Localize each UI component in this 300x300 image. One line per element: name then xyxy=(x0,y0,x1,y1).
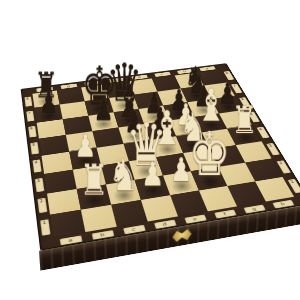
rank-label: 5 xyxy=(30,142,39,154)
rank-label: 3 xyxy=(34,178,43,192)
rank-label: 2 xyxy=(37,197,47,212)
white-rook-b2[interactable]: ♜ xyxy=(66,159,122,201)
rank-label: 4 xyxy=(32,159,41,172)
photo-scene: hgfedcba abcdefgh 87654321 87654321 ♜♟♚♛… xyxy=(0,0,300,300)
rank-label: 6 xyxy=(28,126,36,138)
chess-board: hgfedcba abcdefgh 87654321 87654321 ♜♟♚♛… xyxy=(21,63,300,250)
rank-label: 1 xyxy=(40,219,50,236)
square-d1[interactable] xyxy=(141,195,178,221)
black-pawn-a7[interactable]: ♟ xyxy=(25,88,72,116)
board-grid: ♜♟♚♛♞♟♝♟♟♟♟♟♟♟♝♟♝♞♜♛♜♞♟♟♚ xyxy=(32,70,294,238)
perspective-wrapper: hgfedcba abcdefgh 87654321 87654321 ♜♟♚♛… xyxy=(0,0,300,300)
brass-clasp[interactable] xyxy=(172,228,191,242)
